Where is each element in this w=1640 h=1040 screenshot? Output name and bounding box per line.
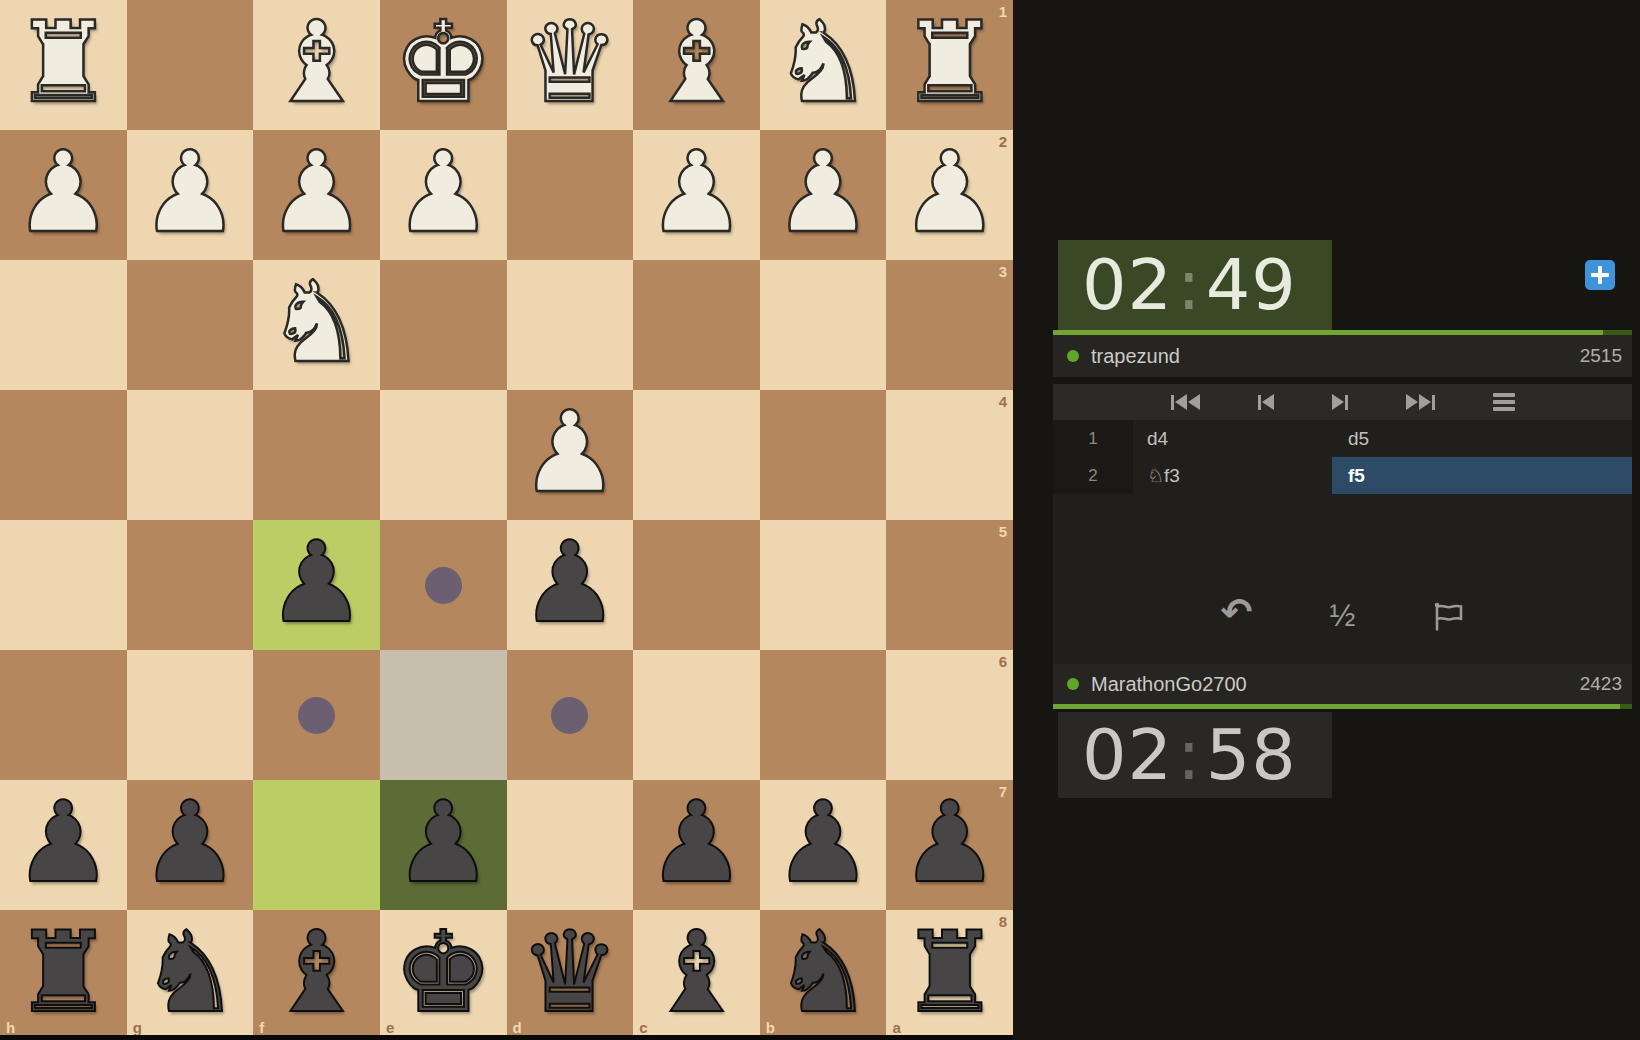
square-d5[interactable]: ♟ (507, 520, 634, 650)
resign-flag-icon[interactable] (1427, 594, 1471, 638)
player-black-rating: 2423 (1580, 673, 1622, 695)
move-2-black-selected[interactable]: f5 (1332, 457, 1632, 494)
give-time-button[interactable] (1585, 260, 1615, 290)
file-label-g: g (133, 1020, 142, 1035)
white-knight-b1[interactable]: ♞ (773, 6, 873, 118)
board-bottom-edge (0, 1035, 1013, 1040)
white-pawn-c2[interactable]: ♟ (646, 136, 746, 248)
online-indicator-icon (1067, 350, 1079, 362)
white-pawn-e2[interactable]: ♟ (393, 136, 493, 248)
move-1-black[interactable]: d5 (1332, 420, 1632, 457)
black-bishop-f8[interactable]: ♝ (266, 916, 366, 1028)
square-f8[interactable]: ♝f (253, 910, 380, 1040)
black-bishop-c8[interactable]: ♝ (646, 916, 746, 1028)
white-king-e1[interactable]: ♚ (393, 6, 493, 118)
square-f6[interactable] (253, 650, 380, 780)
online-indicator-icon (1067, 678, 1079, 690)
square-e5[interactable] (380, 520, 507, 650)
square-d4[interactable]: ♟ (507, 390, 634, 520)
square-c2[interactable]: ♟ (633, 130, 760, 260)
square-e2[interactable]: ♟ (380, 130, 507, 260)
square-d3[interactable] (507, 260, 634, 390)
square-g3[interactable] (127, 260, 254, 390)
black-pawn-e7[interactable]: ♟ (393, 786, 493, 898)
square-e1[interactable]: ♚ (380, 0, 507, 130)
square-b1[interactable]: ♞ (760, 0, 887, 130)
move-navigation-bar (1053, 384, 1632, 420)
clock-bottom-time: 02:58 (1058, 714, 1297, 796)
player-row-white: trapezund 2515 (1053, 335, 1632, 377)
chess-board[interactable]: ♜♝♚♛♝♞♜1♟♟♟♟♟♟♟2♞3♟4♟♟56♟♟♟♟♟♟7♜h♞g♝f♚e♛… (0, 0, 1013, 1040)
square-h4[interactable] (0, 390, 127, 520)
square-b6[interactable] (760, 650, 887, 780)
file-label-d: d (513, 1020, 522, 1035)
square-e7[interactable]: ♟ (380, 780, 507, 910)
square-b5[interactable] (760, 520, 887, 650)
white-knight-f3[interactable]: ♞ (266, 266, 366, 378)
square-g4[interactable] (127, 390, 254, 520)
square-c1[interactable]: ♝ (633, 0, 760, 130)
square-c4[interactable] (633, 390, 760, 520)
black-knight-b8[interactable]: ♞ (773, 916, 873, 1028)
last-move-button[interactable] (1406, 394, 1435, 410)
white-pawn-b2[interactable]: ♟ (773, 136, 873, 248)
move-row-2: 2 ♘f3 f5 (1053, 457, 1632, 494)
next-move-button[interactable] (1332, 394, 1348, 410)
rank-label-4: 4 (999, 394, 1007, 409)
square-c7[interactable]: ♟ (633, 780, 760, 910)
square-h1[interactable]: ♜ (0, 0, 127, 130)
move-index: 1 (1053, 420, 1133, 457)
black-pawn-f5[interactable]: ♟ (266, 526, 366, 638)
clock-bottom-black: 02:58 (1058, 712, 1332, 798)
rank-label-8: 8 (999, 914, 1007, 929)
rank-label-7: 7 (999, 784, 1007, 799)
square-d2[interactable] (507, 130, 634, 260)
black-pawn-h7[interactable]: ♟ (13, 786, 113, 898)
black-rook-h8[interactable]: ♜ (13, 916, 113, 1028)
file-label-e: e (386, 1020, 394, 1035)
move-2-white[interactable]: ♘f3 (1133, 457, 1332, 494)
square-f3[interactable]: ♞ (253, 260, 380, 390)
black-pawn-b7[interactable]: ♟ (773, 786, 873, 898)
game-action-buttons: ↶ ½ (1053, 592, 1632, 640)
takeback-arrow-icon[interactable]: ↶ (1215, 590, 1259, 634)
square-g8[interactable]: ♞g (127, 910, 254, 1040)
square-f1[interactable]: ♝ (253, 0, 380, 130)
file-label-f: f (259, 1020, 264, 1035)
menu-icon[interactable] (1493, 393, 1515, 411)
black-rook-a8[interactable]: ♜ (899, 916, 999, 1028)
black-pawn-g7[interactable]: ♟ (140, 786, 240, 898)
clock-top-time: 02:49 (1058, 244, 1297, 326)
square-h8[interactable]: ♜h (0, 910, 127, 1040)
white-rook-h1[interactable]: ♜ (13, 6, 113, 118)
white-bishop-c1[interactable]: ♝ (646, 6, 746, 118)
white-pawn-d4[interactable]: ♟ (520, 396, 620, 508)
square-a3[interactable]: 3 (886, 260, 1013, 390)
square-a2[interactable]: ♟2 (886, 130, 1013, 260)
square-h5[interactable] (0, 520, 127, 650)
square-a7[interactable]: ♟7 (886, 780, 1013, 910)
black-king-e8[interactable]: ♚ (393, 916, 493, 1028)
rank-label-2: 2 (999, 134, 1007, 149)
square-g1[interactable] (127, 0, 254, 130)
square-e4[interactable] (380, 390, 507, 520)
white-pawn-g2[interactable]: ♟ (140, 136, 240, 248)
square-h7[interactable]: ♟ (0, 780, 127, 910)
square-f4[interactable] (253, 390, 380, 520)
square-b3[interactable] (760, 260, 887, 390)
white-pawn-f2[interactable]: ♟ (266, 136, 366, 248)
white-pawn-h2[interactable]: ♟ (13, 136, 113, 248)
black-pawn-a7[interactable]: ♟ (899, 786, 999, 898)
black-pawn-c7[interactable]: ♟ (646, 786, 746, 898)
square-e3[interactable] (380, 260, 507, 390)
square-f7[interactable] (253, 780, 380, 910)
square-d8[interactable]: ♛d (507, 910, 634, 1040)
rank-label-3: 3 (999, 264, 1007, 279)
black-pawn-d5[interactable]: ♟ (520, 526, 620, 638)
square-a6[interactable]: 6 (886, 650, 1013, 780)
black-queen-d8[interactable]: ♛ (520, 916, 620, 1028)
player-row-black: MarathonGo2700 2423 (1053, 664, 1632, 704)
player-white-rating: 2515 (1580, 345, 1622, 367)
lichess-game-screen: ♜♝♚♛♝♞♜1♟♟♟♟♟♟♟2♞3♟4♟♟56♟♟♟♟♟♟7♜h♞g♝f♚e♛… (0, 0, 1640, 1040)
move-dest-dot-d6 (551, 697, 588, 734)
square-h2[interactable]: ♟ (0, 130, 127, 260)
black-knight-g8[interactable]: ♞ (140, 916, 240, 1028)
square-c8[interactable]: ♝c (633, 910, 760, 1040)
white-rook-a1[interactable]: ♜ (899, 6, 999, 118)
file-label-c: c (639, 1020, 647, 1035)
clock-top-white: 02:49 (1058, 240, 1332, 330)
white-pawn-a2[interactable]: ♟ (899, 136, 999, 248)
move-dest-dot-f6 (298, 697, 335, 734)
time-bar-bottom (1053, 704, 1632, 709)
square-c3[interactable] (633, 260, 760, 390)
square-d7[interactable] (507, 780, 634, 910)
move-panel: 1 d4 d5 2 ♘f3 f5 ↶ ½ (1053, 384, 1632, 664)
move-index: 2 (1053, 457, 1133, 494)
square-c6[interactable] (633, 650, 760, 780)
square-a1[interactable]: ♜1 (886, 0, 1013, 130)
move-row-1: 1 d4 d5 (1053, 420, 1632, 457)
file-label-a: a (892, 1020, 900, 1035)
white-queen-d1[interactable]: ♛ (520, 6, 620, 118)
square-b2[interactable]: ♟ (760, 130, 887, 260)
move-1-white[interactable]: d4 (1133, 420, 1332, 457)
square-c5[interactable] (633, 520, 760, 650)
square-a5[interactable]: 5 (886, 520, 1013, 650)
white-bishop-f1[interactable]: ♝ (266, 6, 366, 118)
square-a4[interactable]: 4 (886, 390, 1013, 520)
square-e6[interactable] (380, 650, 507, 780)
square-g6[interactable] (127, 650, 254, 780)
square-h3[interactable] (0, 260, 127, 390)
square-b4[interactable] (760, 390, 887, 520)
square-e8[interactable]: ♚e (380, 910, 507, 1040)
rank-label-6: 6 (999, 654, 1007, 669)
square-h6[interactable] (0, 650, 127, 780)
square-b8[interactable]: ♞b (760, 910, 887, 1040)
square-g5[interactable] (127, 520, 254, 650)
square-f2[interactable]: ♟ (253, 130, 380, 260)
square-g7[interactable]: ♟ (127, 780, 254, 910)
game-side-panel: 02:49 trapezund 2515 (1013, 0, 1640, 1040)
square-g2[interactable]: ♟ (127, 130, 254, 260)
rank-label-1: 1 (999, 4, 1007, 19)
square-d1[interactable]: ♛ (507, 0, 634, 130)
first-move-button[interactable] (1171, 394, 1200, 410)
square-a8[interactable]: ♜8a (886, 910, 1013, 1040)
player-black-name[interactable]: MarathonGo2700 (1091, 673, 1247, 696)
rank-label-5: 5 (999, 524, 1007, 539)
offer-draw-button[interactable]: ½ (1321, 594, 1365, 638)
move-dest-dot-e5 (425, 567, 462, 604)
square-b7[interactable]: ♟ (760, 780, 887, 910)
file-label-b: b (766, 1020, 775, 1035)
square-f5[interactable]: ♟ (253, 520, 380, 650)
file-label-h: h (6, 1020, 15, 1035)
player-white-name[interactable]: trapezund (1091, 345, 1180, 368)
square-d6[interactable] (507, 650, 634, 780)
previous-move-button[interactable] (1258, 394, 1274, 410)
time-bar-bottom-fill (1053, 704, 1620, 709)
